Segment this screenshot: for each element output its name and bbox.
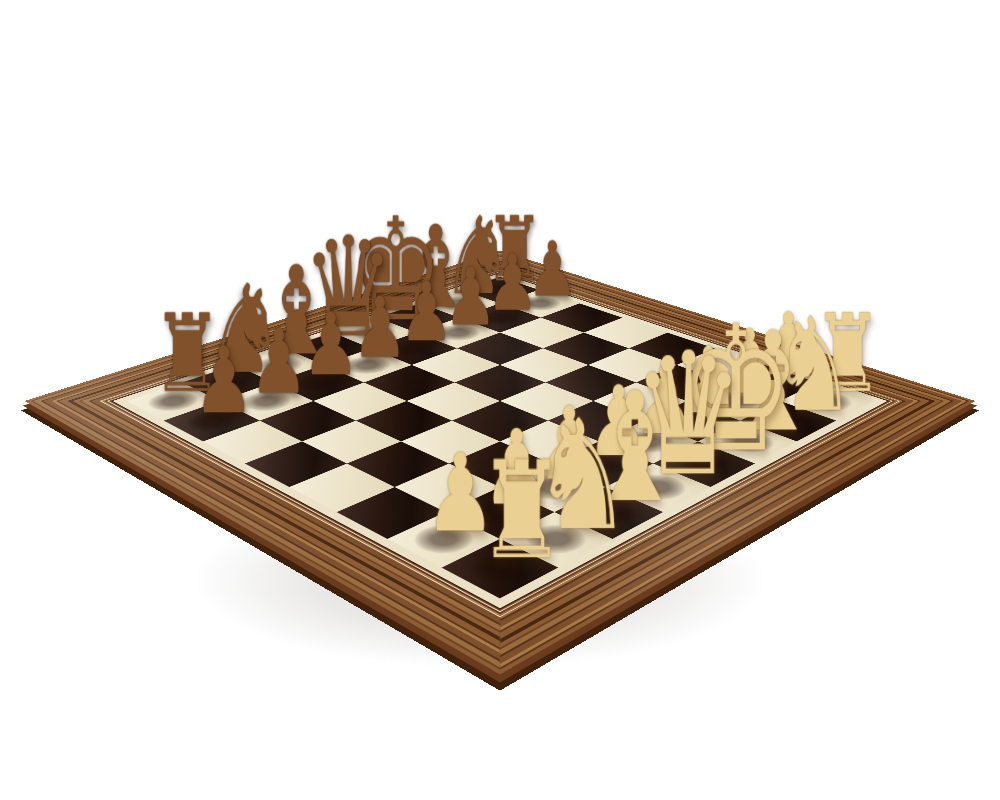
white-rook-glyph: ♜ (405, 445, 639, 579)
scene: ♜♞♝♛♚♝♞♜♟♟♟♟♟♟♟♟♟♟♟♟♟♟♟♟♜♞♝♛♚♝♞♜ (0, 0, 1000, 800)
product-photo: ♜♞♝♛♚♝♞♜♟♟♟♟♟♟♟♟♟♟♟♟♟♟♟♟♜♞♝♛♚♝♞♜ (0, 0, 1000, 800)
black-pawn-glyph: ♟ (128, 335, 320, 426)
